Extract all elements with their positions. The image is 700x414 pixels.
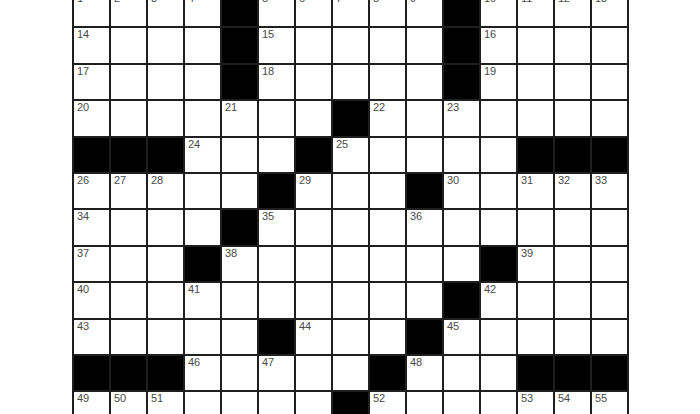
cell-r9-c8[interactable] <box>333 283 370 319</box>
block-r4-c8 <box>333 101 370 137</box>
clue-number-45: 45 <box>447 321 459 332</box>
cell-r10-c5[interactable] <box>222 320 259 356</box>
clue-number-21: 21 <box>225 102 237 113</box>
cell-r4-c3[interactable] <box>148 101 185 137</box>
cell-r11-c5[interactable] <box>222 356 259 392</box>
cell-r7-c11[interactable] <box>444 210 481 246</box>
cell-r10-c3[interactable] <box>148 320 185 356</box>
cell-r7-c15[interactable] <box>592 210 629 246</box>
clue-number-38: 38 <box>225 248 237 259</box>
cell-r11-c7[interactable] <box>296 356 333 392</box>
cell-r3-c1[interactable]: 17 <box>74 65 111 101</box>
clue-number-30: 30 <box>447 175 459 186</box>
clue-number-18: 18 <box>262 66 274 77</box>
clue-number-54: 54 <box>558 393 570 404</box>
cell-r5-c10[interactable] <box>407 138 444 174</box>
cell-r4-c9[interactable]: 22 <box>370 101 407 137</box>
cell-r9-c5[interactable] <box>222 283 259 319</box>
block-r9-c11 <box>444 283 481 319</box>
clue-number-9: 9 <box>410 0 416 4</box>
clue-number-25: 25 <box>336 139 348 150</box>
cell-r9-c7[interactable] <box>296 283 333 319</box>
cell-r2-c7[interactable] <box>296 28 333 64</box>
cell-r3-c7[interactable] <box>296 65 333 101</box>
cell-r6-c7[interactable]: 29 <box>296 174 333 210</box>
block-r8-c4 <box>185 247 222 283</box>
cell-r5-c5[interactable] <box>222 138 259 174</box>
block-r2-c11 <box>444 28 481 64</box>
cell-r5-c8[interactable]: 25 <box>333 138 370 174</box>
cell-r2-c10[interactable] <box>407 28 444 64</box>
clue-number-24: 24 <box>188 139 200 150</box>
cell-r8-c7[interactable] <box>296 247 333 283</box>
block-r5-c15 <box>592 138 629 174</box>
cell-r10-c2[interactable] <box>111 320 148 356</box>
clue-number-3: 3 <box>151 0 157 4</box>
cell-r8-c2[interactable] <box>111 247 148 283</box>
cell-r10-c14[interactable] <box>555 320 592 356</box>
cell-r2-c14[interactable] <box>555 28 592 64</box>
cell-r3-c2[interactable] <box>111 65 148 101</box>
block-r11-c9 <box>370 356 407 392</box>
clue-number-15: 15 <box>262 29 274 40</box>
block-r11-c2 <box>111 356 148 392</box>
cell-r10-c11[interactable]: 45 <box>444 320 481 356</box>
cell-r3-c10[interactable] <box>407 65 444 101</box>
clue-number-12: 12 <box>558 0 570 4</box>
cell-r11-c12[interactable] <box>481 356 518 392</box>
clue-number-19: 19 <box>484 66 496 77</box>
block-r6-c10 <box>407 174 444 210</box>
clue-number-46: 46 <box>188 357 200 368</box>
cell-r4-c14[interactable] <box>555 101 592 137</box>
cell-r4-c5[interactable]: 21 <box>222 101 259 137</box>
cell-r1-c9[interactable]: 8 <box>370 0 407 28</box>
cell-r10-c13[interactable] <box>518 320 555 356</box>
cell-r3-c15[interactable] <box>592 65 629 101</box>
cell-r4-c6[interactable] <box>259 101 296 137</box>
cell-r2-c12[interactable]: 16 <box>481 28 518 64</box>
cell-r6-c14[interactable]: 32 <box>555 174 592 210</box>
cell-r12-c2[interactable]: 50 <box>111 392 148 414</box>
cell-r7-c9[interactable] <box>370 210 407 246</box>
cell-r12-c5[interactable] <box>222 392 259 414</box>
clue-number-50: 50 <box>114 393 126 404</box>
block-r10-c10 <box>407 320 444 356</box>
block-r8-c12 <box>481 247 518 283</box>
block-r11-c1 <box>74 356 111 392</box>
block-r1-c11 <box>444 0 481 28</box>
clue-number-7: 7 <box>336 0 342 4</box>
cell-r8-c14[interactable] <box>555 247 592 283</box>
block-r6-c6 <box>259 174 296 210</box>
cell-r3-c13[interactable] <box>518 65 555 101</box>
cell-r9-c1[interactable]: 40 <box>74 283 111 319</box>
cell-r6-c15[interactable]: 33 <box>592 174 629 210</box>
cell-r6-c8[interactable] <box>333 174 370 210</box>
cell-r10-c7[interactable]: 44 <box>296 320 333 356</box>
clue-number-11: 11 <box>521 0 532 4</box>
clue-number-26: 26 <box>77 175 89 186</box>
cell-r6-c1[interactable]: 26 <box>74 174 111 210</box>
block-r11-c3 <box>148 356 185 392</box>
cell-r11-c6[interactable]: 47 <box>259 356 296 392</box>
block-r5-c14 <box>555 138 592 174</box>
clue-number-34: 34 <box>77 211 89 222</box>
clue-number-1: 1 <box>77 0 83 4</box>
cell-r4-c15[interactable] <box>592 101 629 137</box>
cell-r3-c14[interactable] <box>555 65 592 101</box>
cell-r6-c12[interactable] <box>481 174 518 210</box>
cell-r2-c3[interactable] <box>148 28 185 64</box>
cell-r8-c3[interactable] <box>148 247 185 283</box>
clue-number-44: 44 <box>299 321 311 332</box>
clue-number-55: 55 <box>595 393 607 404</box>
clue-number-35: 35 <box>262 211 274 222</box>
cell-r4-c11[interactable]: 23 <box>444 101 481 137</box>
clue-number-20: 20 <box>77 102 89 113</box>
cell-r2-c15[interactable] <box>592 28 629 64</box>
cell-r1-c14[interactable]: 12 <box>555 0 592 28</box>
cell-r9-c2[interactable] <box>111 283 148 319</box>
cell-r9-c13[interactable] <box>518 283 555 319</box>
cell-r9-c15[interactable] <box>592 283 629 319</box>
cell-r6-c9[interactable] <box>370 174 407 210</box>
cell-r8-c6[interactable] <box>259 247 296 283</box>
cell-r12-c14[interactable]: 54 <box>555 392 592 414</box>
cell-r1-c4[interactable]: 4 <box>185 0 222 28</box>
cell-r1-c10[interactable]: 9 <box>407 0 444 28</box>
cell-r10-c9[interactable] <box>370 320 407 356</box>
cell-r7-c14[interactable] <box>555 210 592 246</box>
cell-r12-c9[interactable]: 52 <box>370 392 407 414</box>
cell-r9-c6[interactable] <box>259 283 296 319</box>
cell-r12-c4[interactable] <box>185 392 222 414</box>
cell-r12-c3[interactable]: 51 <box>148 392 185 414</box>
cell-r12-c1[interactable]: 49 <box>74 392 111 414</box>
cell-r2-c9[interactable] <box>370 28 407 64</box>
cell-r9-c3[interactable] <box>148 283 185 319</box>
cell-r8-c5[interactable]: 38 <box>222 247 259 283</box>
clue-number-39: 39 <box>521 248 533 259</box>
clue-number-8: 8 <box>373 0 379 4</box>
cell-r9-c12[interactable]: 42 <box>481 283 518 319</box>
cell-r12-c6[interactable] <box>259 392 296 414</box>
cell-r11-c10[interactable]: 48 <box>407 356 444 392</box>
cell-r10-c1[interactable]: 43 <box>74 320 111 356</box>
cell-r11-c4[interactable]: 46 <box>185 356 222 392</box>
clue-number-22: 22 <box>373 102 385 113</box>
clue-number-31: 31 <box>521 175 533 186</box>
cell-r8-c13[interactable]: 39 <box>518 247 555 283</box>
cell-r7-c13[interactable] <box>518 210 555 246</box>
cell-r1-c12[interactable]: 10 <box>481 0 518 28</box>
cell-r4-c12[interactable] <box>481 101 518 137</box>
cell-r4-c7[interactable] <box>296 101 333 137</box>
cell-r7-c12[interactable] <box>481 210 518 246</box>
cell-r9-c4[interactable]: 41 <box>185 283 222 319</box>
cell-r2-c6[interactable]: 15 <box>259 28 296 64</box>
clue-number-37: 37 <box>77 248 89 259</box>
block-r10-c6 <box>259 320 296 356</box>
cell-r3-c12[interactable]: 19 <box>481 65 518 101</box>
cell-r1-c3[interactable]: 3 <box>148 0 185 28</box>
cell-r1-c1[interactable]: 1 <box>74 0 111 28</box>
cell-r6-c4[interactable] <box>185 174 222 210</box>
clue-number-28: 28 <box>151 175 163 186</box>
cell-r1-c6[interactable]: 5 <box>259 0 296 28</box>
cell-r4-c2[interactable] <box>111 101 148 137</box>
cell-r9-c9[interactable] <box>370 283 407 319</box>
clue-number-4: 4 <box>188 0 194 4</box>
block-r5-c1 <box>74 138 111 174</box>
clue-number-2: 2 <box>114 0 120 4</box>
cell-r2-c8[interactable] <box>333 28 370 64</box>
clue-number-49: 49 <box>77 393 89 404</box>
cell-r1-c15[interactable]: 13 <box>592 0 629 28</box>
clue-number-47: 47 <box>262 357 274 368</box>
cell-r5-c4[interactable]: 24 <box>185 138 222 174</box>
block-r11-c14 <box>555 356 592 392</box>
cell-r1-c2[interactable]: 2 <box>111 0 148 28</box>
cell-r7-c4[interactable] <box>185 210 222 246</box>
clue-number-6: 6 <box>299 0 305 4</box>
block-r3-c5 <box>222 65 259 101</box>
cell-r8-c15[interactable] <box>592 247 629 283</box>
cell-r6-c11[interactable]: 30 <box>444 174 481 210</box>
cell-r6-c3[interactable]: 28 <box>148 174 185 210</box>
block-r5-c13 <box>518 138 555 174</box>
cell-r12-c12[interactable] <box>481 392 518 414</box>
clue-number-48: 48 <box>410 357 422 368</box>
cell-r6-c2[interactable]: 27 <box>111 174 148 210</box>
clue-number-40: 40 <box>77 284 89 295</box>
cell-r3-c4[interactable] <box>185 65 222 101</box>
cell-r8-c11[interactable] <box>444 247 481 283</box>
cell-r9-c10[interactable] <box>407 283 444 319</box>
cell-r7-c1[interactable]: 34 <box>74 210 111 246</box>
cell-r6-c5[interactable] <box>222 174 259 210</box>
cell-r12-c11[interactable] <box>444 392 481 414</box>
cell-r8-c9[interactable] <box>370 247 407 283</box>
block-r5-c3 <box>148 138 185 174</box>
clue-number-5: 5 <box>262 0 268 4</box>
cell-r4-c4[interactable] <box>185 101 222 137</box>
clue-number-36: 36 <box>410 211 422 222</box>
clue-number-14: 14 <box>77 29 89 40</box>
block-r11-c13 <box>518 356 555 392</box>
cell-r11-c8[interactable] <box>333 356 370 392</box>
block-r2-c5 <box>222 28 259 64</box>
cell-r5-c9[interactable] <box>370 138 407 174</box>
cell-r4-c1[interactable]: 20 <box>74 101 111 137</box>
crossword-board: 1234567891011121314151617181920212223242… <box>72 0 629 414</box>
cell-r12-c13[interactable]: 53 <box>518 392 555 414</box>
cell-r6-c13[interactable]: 31 <box>518 174 555 210</box>
clue-number-29: 29 <box>299 175 311 186</box>
cell-r2-c4[interactable] <box>185 28 222 64</box>
cell-r10-c4[interactable] <box>185 320 222 356</box>
block-r5-c2 <box>111 138 148 174</box>
cell-r7-c2[interactable] <box>111 210 148 246</box>
cell-r5-c11[interactable] <box>444 138 481 174</box>
cell-r9-c14[interactable] <box>555 283 592 319</box>
block-r12-c8 <box>333 392 370 414</box>
cell-r8-c10[interactable] <box>407 247 444 283</box>
cell-r10-c12[interactable] <box>481 320 518 356</box>
clue-number-42: 42 <box>484 284 496 295</box>
cell-r3-c3[interactable] <box>148 65 185 101</box>
cell-r3-c8[interactable] <box>333 65 370 101</box>
cell-r7-c6[interactable]: 35 <box>259 210 296 246</box>
cell-r12-c10[interactable] <box>407 392 444 414</box>
clue-number-13: 13 <box>595 0 607 4</box>
cell-r8-c8[interactable] <box>333 247 370 283</box>
clue-number-17: 17 <box>77 66 89 77</box>
clue-number-52: 52 <box>373 393 385 404</box>
clue-number-16: 16 <box>484 29 496 40</box>
cell-r1-c13[interactable]: 11 <box>518 0 555 28</box>
cell-r1-c7[interactable]: 6 <box>296 0 333 28</box>
clue-number-53: 53 <box>521 393 533 404</box>
cell-r4-c10[interactable] <box>407 101 444 137</box>
cell-r4-c13[interactable] <box>518 101 555 137</box>
cell-r3-c9[interactable] <box>370 65 407 101</box>
cell-r2-c2[interactable] <box>111 28 148 64</box>
clue-number-51: 51 <box>151 393 163 404</box>
cell-r2-c1[interactable]: 14 <box>74 28 111 64</box>
cell-r10-c8[interactable] <box>333 320 370 356</box>
clue-number-10: 10 <box>484 0 496 4</box>
cell-r8-c1[interactable]: 37 <box>74 247 111 283</box>
clue-number-32: 32 <box>558 175 570 186</box>
block-r11-c15 <box>592 356 629 392</box>
cell-r2-c13[interactable] <box>518 28 555 64</box>
cell-r10-c15[interactable] <box>592 320 629 356</box>
cell-r7-c3[interactable] <box>148 210 185 246</box>
cell-r1-c8[interactable]: 7 <box>333 0 370 28</box>
cell-r3-c6[interactable]: 18 <box>259 65 296 101</box>
cell-r12-c15[interactable]: 55 <box>592 392 629 414</box>
block-r1-c5 <box>222 0 259 28</box>
cell-r5-c6[interactable] <box>259 138 296 174</box>
clue-number-23: 23 <box>447 102 459 113</box>
cell-r11-c11[interactable] <box>444 356 481 392</box>
clue-number-43: 43 <box>77 321 89 332</box>
clue-number-41: 41 <box>188 284 200 295</box>
cell-r12-c7[interactable] <box>296 392 333 414</box>
cell-r7-c7[interactable] <box>296 210 333 246</box>
cell-r5-c12[interactable] <box>481 138 518 174</box>
clue-number-33: 33 <box>595 175 607 186</box>
clue-number-27: 27 <box>114 175 126 186</box>
block-r5-c7 <box>296 138 333 174</box>
cell-r7-c10[interactable]: 36 <box>407 210 444 246</box>
block-r7-c5 <box>222 210 259 246</box>
block-r3-c11 <box>444 65 481 101</box>
cell-r7-c8[interactable] <box>333 210 370 246</box>
